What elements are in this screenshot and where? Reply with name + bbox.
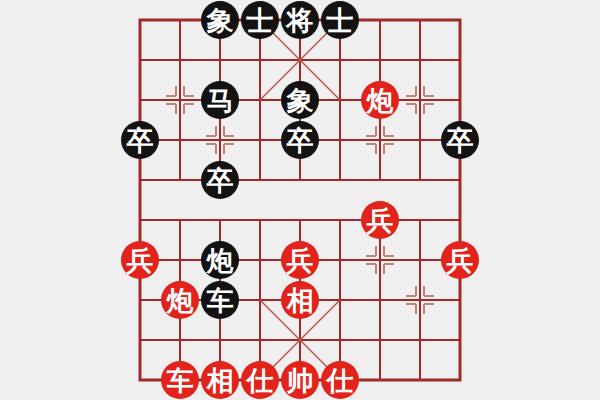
intersection-f2r2[interactable]: 马 xyxy=(200,80,240,120)
intersection-f3r4[interactable] xyxy=(240,160,280,200)
intersection-f5r2[interactable] xyxy=(320,80,360,120)
intersection-f2r0[interactable]: 象 xyxy=(200,0,240,40)
intersection-f0r2[interactable] xyxy=(120,80,160,120)
intersection-f4r0[interactable]: 将 xyxy=(280,0,320,40)
red-soldier[interactable]: 兵 xyxy=(281,241,319,279)
intersection-f5r8[interactable] xyxy=(320,320,360,360)
black-soldier[interactable]: 卒 xyxy=(441,121,479,159)
intersection-f4r7[interactable]: 相 xyxy=(280,280,320,320)
intersection-f2r9[interactable]: 相 xyxy=(200,360,240,400)
red-elephant[interactable]: 相 xyxy=(201,361,239,399)
intersection-f4r6[interactable]: 兵 xyxy=(280,240,320,280)
intersection-f6r6[interactable] xyxy=(360,240,400,280)
intersection-f4r9[interactable]: 帅 xyxy=(280,360,320,400)
intersection-f0r7[interactable] xyxy=(120,280,160,320)
intersection-f3r3[interactable] xyxy=(240,120,280,160)
intersection-f0r0[interactable] xyxy=(120,0,160,40)
intersection-f4r3[interactable]: 卒 xyxy=(280,120,320,160)
intersection-f6r3[interactable] xyxy=(360,120,400,160)
intersection-f1r1[interactable] xyxy=(160,40,200,80)
intersection-f3r0[interactable]: 士 xyxy=(240,0,280,40)
intersection-f7r6[interactable] xyxy=(400,240,440,280)
intersection-f8r5[interactable] xyxy=(440,200,480,240)
intersection-f6r8[interactable] xyxy=(360,320,400,360)
red-general[interactable]: 帅 xyxy=(281,361,319,399)
intersection-f8r4[interactable] xyxy=(440,160,480,200)
red-cannon[interactable]: 炮 xyxy=(361,81,399,119)
intersection-f4r1[interactable] xyxy=(280,40,320,80)
intersection-f6r4[interactable] xyxy=(360,160,400,200)
intersection-f3r7[interactable] xyxy=(240,280,280,320)
intersection-f4r2[interactable]: 象 xyxy=(280,80,320,120)
intersection-f8r9[interactable] xyxy=(440,360,480,400)
intersection-f3r8[interactable] xyxy=(240,320,280,360)
intersection-f1r5[interactable] xyxy=(160,200,200,240)
intersection-f3r5[interactable] xyxy=(240,200,280,240)
intersection-f8r2[interactable] xyxy=(440,80,480,120)
black-elephant[interactable]: 象 xyxy=(281,81,319,119)
black-soldier[interactable]: 卒 xyxy=(201,161,239,199)
intersection-f2r3[interactable] xyxy=(200,120,240,160)
pieces-grid: 象士将士马象炮卒卒卒卒兵兵炮兵兵炮车相车相仕帅仕 xyxy=(120,0,480,400)
black-advisor[interactable]: 士 xyxy=(241,1,279,39)
red-elephant[interactable]: 相 xyxy=(281,281,319,319)
intersection-f5r3[interactable] xyxy=(320,120,360,160)
intersection-f1r4[interactable] xyxy=(160,160,200,200)
intersection-f1r6[interactable] xyxy=(160,240,200,280)
intersection-f7r1[interactable] xyxy=(400,40,440,80)
black-elephant[interactable]: 象 xyxy=(201,1,239,39)
intersection-f1r2[interactable] xyxy=(160,80,200,120)
intersection-f6r2[interactable]: 炮 xyxy=(360,80,400,120)
intersection-f1r3[interactable] xyxy=(160,120,200,160)
intersection-f3r9[interactable]: 仕 xyxy=(240,360,280,400)
intersection-f8r3[interactable]: 卒 xyxy=(440,120,480,160)
intersection-f2r1[interactable] xyxy=(200,40,240,80)
red-advisor[interactable]: 仕 xyxy=(241,361,279,399)
intersection-f0r3[interactable]: 卒 xyxy=(120,120,160,160)
intersection-f2r4[interactable]: 卒 xyxy=(200,160,240,200)
black-soldier[interactable]: 卒 xyxy=(121,121,159,159)
intersection-f3r2[interactable] xyxy=(240,80,280,120)
intersection-f7r5[interactable] xyxy=(400,200,440,240)
intersection-f2r7[interactable]: 车 xyxy=(200,280,240,320)
intersection-f5r0[interactable]: 士 xyxy=(320,0,360,40)
intersection-f8r1[interactable] xyxy=(440,40,480,80)
intersection-f5r9[interactable]: 仕 xyxy=(320,360,360,400)
black-general[interactable]: 将 xyxy=(281,1,319,39)
intersection-f5r1[interactable] xyxy=(320,40,360,80)
intersection-f8r0[interactable] xyxy=(440,0,480,40)
intersection-f7r3[interactable] xyxy=(400,120,440,160)
intersection-f1r9[interactable]: 车 xyxy=(160,360,200,400)
red-soldier[interactable]: 兵 xyxy=(441,241,479,279)
intersection-f6r9[interactable] xyxy=(360,360,400,400)
intersection-f0r1[interactable] xyxy=(120,40,160,80)
red-advisor[interactable]: 仕 xyxy=(321,361,359,399)
intersection-f7r0[interactable] xyxy=(400,0,440,40)
intersection-f6r0[interactable] xyxy=(360,0,400,40)
intersection-f0r9[interactable] xyxy=(120,360,160,400)
intersection-f0r6[interactable]: 兵 xyxy=(120,240,160,280)
intersection-f7r8[interactable] xyxy=(400,320,440,360)
intersection-f4r8[interactable] xyxy=(280,320,320,360)
intersection-f4r4[interactable] xyxy=(280,160,320,200)
intersection-f1r7[interactable]: 炮 xyxy=(160,280,200,320)
intersection-f2r6[interactable]: 炮 xyxy=(200,240,240,280)
black-chariot[interactable]: 车 xyxy=(201,281,239,319)
black-soldier[interactable]: 卒 xyxy=(281,121,319,159)
intersection-f5r5[interactable] xyxy=(320,200,360,240)
intersection-f8r8[interactable] xyxy=(440,320,480,360)
intersection-f7r7[interactable] xyxy=(400,280,440,320)
black-advisor[interactable]: 士 xyxy=(321,1,359,39)
intersection-f7r4[interactable] xyxy=(400,160,440,200)
intersection-f4r5[interactable] xyxy=(280,200,320,240)
intersection-f5r7[interactable] xyxy=(320,280,360,320)
red-cannon[interactable]: 炮 xyxy=(161,281,199,319)
intersection-f8r6[interactable]: 兵 xyxy=(440,240,480,280)
intersection-f3r1[interactable] xyxy=(240,40,280,80)
black-horse[interactable]: 马 xyxy=(201,81,239,119)
red-soldier[interactable]: 兵 xyxy=(121,241,159,279)
xiangqi-board: 象士将士马象炮卒卒卒卒兵兵炮兵兵炮车相车相仕帅仕 xyxy=(0,0,600,400)
intersection-f0r8[interactable] xyxy=(120,320,160,360)
intersection-f0r5[interactable] xyxy=(120,200,160,240)
red-soldier[interactable]: 兵 xyxy=(361,201,399,239)
black-cannon[interactable]: 炮 xyxy=(201,241,239,279)
intersection-f1r8[interactable] xyxy=(160,320,200,360)
intersection-f2r5[interactable] xyxy=(200,200,240,240)
intersection-f5r4[interactable] xyxy=(320,160,360,200)
intersection-f5r6[interactable] xyxy=(320,240,360,280)
intersection-f6r5[interactable]: 兵 xyxy=(360,200,400,240)
intersection-f7r9[interactable] xyxy=(400,360,440,400)
intersection-f1r0[interactable] xyxy=(160,0,200,40)
intersection-f2r8[interactable] xyxy=(200,320,240,360)
intersection-f7r2[interactable] xyxy=(400,80,440,120)
intersection-f6r1[interactable] xyxy=(360,40,400,80)
red-chariot[interactable]: 车 xyxy=(161,361,199,399)
intersection-f6r7[interactable] xyxy=(360,280,400,320)
intersection-f3r6[interactable] xyxy=(240,240,280,280)
intersection-f8r7[interactable] xyxy=(440,280,480,320)
intersection-f0r4[interactable] xyxy=(120,160,160,200)
